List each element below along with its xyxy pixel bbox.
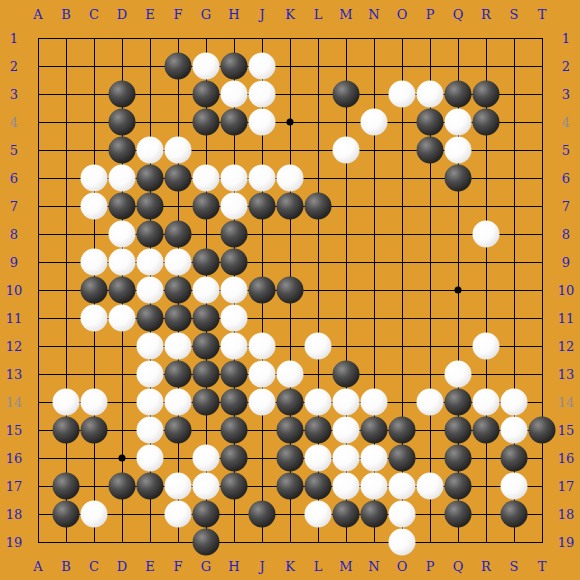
hoshi-point-K4 xyxy=(287,119,294,126)
stone-black-H13[interactable]: ● xyxy=(221,361,248,388)
stone-black-T15[interactable]: ● xyxy=(529,417,556,444)
row-label-right-12: 12 xyxy=(558,340,575,353)
row-label-left-13: 13 xyxy=(6,368,23,381)
stone-black-C10[interactable]: ● xyxy=(81,277,108,304)
stone-white-E16[interactable]: ○ xyxy=(137,445,164,472)
stone-black-F8[interactable]: ● xyxy=(165,221,192,248)
stone-white-S17[interactable]: ○ xyxy=(501,473,528,500)
row-label-right-2: 2 xyxy=(562,60,570,73)
stone-black-S18[interactable]: ● xyxy=(501,501,528,528)
col-label-bottom-B: B xyxy=(61,560,71,573)
row-label-left-15: 15 xyxy=(6,424,23,437)
col-label-top-K: K xyxy=(285,8,295,21)
stone-white-O3[interactable]: ○ xyxy=(389,81,416,108)
stone-black-K14[interactable]: ● xyxy=(277,389,304,416)
stone-white-M5[interactable]: ○ xyxy=(333,137,360,164)
stone-black-D10[interactable]: ● xyxy=(109,277,136,304)
row-label-left-2: 2 xyxy=(10,60,18,73)
stone-white-C9[interactable]: ○ xyxy=(81,249,108,276)
stone-black-F15[interactable]: ● xyxy=(165,417,192,444)
stone-black-G18[interactable]: ● xyxy=(193,501,220,528)
row-label-right-18: 18 xyxy=(558,508,575,521)
stone-white-J12[interactable]: ○ xyxy=(249,333,276,360)
stone-white-B14[interactable]: ○ xyxy=(53,389,80,416)
stone-black-N18[interactable]: ● xyxy=(361,501,388,528)
stone-black-D7[interactable]: ● xyxy=(109,193,136,220)
stone-white-N14[interactable]: ○ xyxy=(361,389,388,416)
col-label-bottom-H: H xyxy=(228,560,239,573)
row-label-left-3: 3 xyxy=(10,88,18,101)
stone-black-K17[interactable]: ● xyxy=(277,473,304,500)
stone-white-G10[interactable]: ○ xyxy=(193,277,220,304)
row-label-left-14: 14 xyxy=(6,396,23,409)
col-label-top-F: F xyxy=(173,8,182,21)
stone-black-D17[interactable]: ● xyxy=(109,473,136,500)
col-label-top-S: S xyxy=(510,8,519,21)
stone-white-J14[interactable]: ○ xyxy=(249,389,276,416)
stone-black-Q14[interactable]: ● xyxy=(445,389,472,416)
stone-black-L15[interactable]: ● xyxy=(305,417,332,444)
stone-white-G6[interactable]: ○ xyxy=(193,165,220,192)
row-label-left-16: 16 xyxy=(6,452,23,465)
row-label-left-5: 5 xyxy=(10,144,18,157)
col-label-bottom-T: T xyxy=(538,560,547,573)
col-label-bottom-N: N xyxy=(368,560,379,573)
col-label-bottom-Q: Q xyxy=(453,560,464,573)
stone-white-J13[interactable]: ○ xyxy=(249,361,276,388)
col-label-bottom-K: K xyxy=(285,560,295,573)
col-label-bottom-P: P xyxy=(426,560,435,573)
stone-white-H3[interactable]: ○ xyxy=(221,81,248,108)
col-label-bottom-E: E xyxy=(145,560,155,573)
stone-black-H16[interactable]: ● xyxy=(221,445,248,472)
stone-white-P3[interactable]: ○ xyxy=(417,81,444,108)
stone-white-L18[interactable]: ○ xyxy=(305,501,332,528)
stone-black-R3[interactable]: ● xyxy=(473,81,500,108)
stone-black-F2[interactable]: ● xyxy=(165,53,192,80)
col-label-top-D: D xyxy=(117,8,127,21)
stone-black-E17[interactable]: ● xyxy=(137,473,164,500)
stone-black-D3[interactable]: ● xyxy=(109,81,136,108)
stone-white-P17[interactable]: ○ xyxy=(417,473,444,500)
row-label-left-17: 17 xyxy=(6,480,23,493)
stone-white-J6[interactable]: ○ xyxy=(249,165,276,192)
stone-white-F17[interactable]: ○ xyxy=(165,473,192,500)
stone-white-R14[interactable]: ○ xyxy=(473,389,500,416)
stone-black-R4[interactable]: ● xyxy=(473,109,500,136)
stone-black-F6[interactable]: ● xyxy=(165,165,192,192)
stone-black-D4[interactable]: ● xyxy=(109,109,136,136)
row-label-right-7: 7 xyxy=(562,200,570,213)
stone-black-E6[interactable]: ● xyxy=(137,165,164,192)
stone-white-M17[interactable]: ○ xyxy=(333,473,360,500)
stone-black-G19[interactable]: ● xyxy=(193,529,220,556)
row-label-right-4: 4 xyxy=(562,116,570,129)
stone-white-N16[interactable]: ○ xyxy=(361,445,388,472)
hoshi-point-Q10 xyxy=(455,287,462,294)
row-label-left-12: 12 xyxy=(6,340,23,353)
stone-white-L14[interactable]: ○ xyxy=(305,389,332,416)
stone-black-B15[interactable]: ● xyxy=(53,417,80,444)
stone-white-D6[interactable]: ○ xyxy=(109,165,136,192)
col-label-top-G: G xyxy=(201,8,211,21)
stone-white-M16[interactable]: ○ xyxy=(333,445,360,472)
row-label-right-17: 17 xyxy=(558,480,575,493)
row-label-right-14: 14 xyxy=(558,396,575,409)
col-label-bottom-J: J xyxy=(259,560,264,573)
stone-black-H17[interactable]: ● xyxy=(221,473,248,500)
stone-black-P5[interactable]: ● xyxy=(417,137,444,164)
row-label-left-1: 1 xyxy=(10,32,18,45)
stone-black-L7[interactable]: ● xyxy=(305,193,332,220)
stone-black-H8[interactable]: ● xyxy=(221,221,248,248)
stone-white-D8[interactable]: ○ xyxy=(109,221,136,248)
stone-black-H9[interactable]: ● xyxy=(221,249,248,276)
stone-white-E12[interactable]: ○ xyxy=(137,333,164,360)
stone-white-E9[interactable]: ○ xyxy=(137,249,164,276)
stone-white-L12[interactable]: ○ xyxy=(305,333,332,360)
go-board: AABBCCDDEEFFGGHHJJKKLLMMNNOOPPQQRRSSTT11… xyxy=(0,0,580,580)
stone-black-G3[interactable]: ● xyxy=(193,81,220,108)
row-label-right-15: 15 xyxy=(558,424,575,437)
stone-black-G12[interactable]: ● xyxy=(193,333,220,360)
row-label-right-8: 8 xyxy=(562,228,570,241)
stone-black-H2[interactable]: ● xyxy=(221,53,248,80)
col-label-top-R: R xyxy=(481,8,491,21)
col-label-top-E: E xyxy=(145,8,155,21)
stone-black-Q3[interactable]: ● xyxy=(445,81,472,108)
stone-black-H14[interactable]: ● xyxy=(221,389,248,416)
col-label-top-H: H xyxy=(228,8,239,21)
col-label-bottom-D: D xyxy=(117,560,127,573)
col-label-bottom-L: L xyxy=(314,560,323,573)
stone-black-H4[interactable]: ● xyxy=(221,109,248,136)
stone-white-E15[interactable]: ○ xyxy=(137,417,164,444)
stone-white-H7[interactable]: ○ xyxy=(221,193,248,220)
stone-black-G9[interactable]: ● xyxy=(193,249,220,276)
stone-white-M15[interactable]: ○ xyxy=(333,417,360,444)
stone-black-E11[interactable]: ● xyxy=(137,305,164,332)
stone-black-G4[interactable]: ● xyxy=(193,109,220,136)
stone-black-P4[interactable]: ● xyxy=(417,109,444,136)
row-label-right-5: 5 xyxy=(562,144,570,157)
stone-black-F13[interactable]: ● xyxy=(165,361,192,388)
stone-black-M13[interactable]: ● xyxy=(333,361,360,388)
stone-white-F5[interactable]: ○ xyxy=(165,137,192,164)
col-label-top-C: C xyxy=(89,8,99,21)
stone-black-G14[interactable]: ● xyxy=(193,389,220,416)
stone-black-K10[interactable]: ● xyxy=(277,277,304,304)
stone-white-Q4[interactable]: ○ xyxy=(445,109,472,136)
stone-white-P14[interactable]: ○ xyxy=(417,389,444,416)
row-label-left-9: 9 xyxy=(10,256,18,269)
stone-white-L16[interactable]: ○ xyxy=(305,445,332,472)
stone-black-F10[interactable]: ● xyxy=(165,277,192,304)
col-label-top-M: M xyxy=(339,8,352,21)
stone-black-K7[interactable]: ● xyxy=(277,193,304,220)
stone-white-D9[interactable]: ○ xyxy=(109,249,136,276)
stone-white-E14[interactable]: ○ xyxy=(137,389,164,416)
col-label-bottom-G: G xyxy=(201,560,211,573)
col-label-bottom-M: M xyxy=(339,560,352,573)
col-label-top-O: O xyxy=(397,8,408,21)
grid-hline-12 xyxy=(38,346,543,347)
stone-white-S15[interactable]: ○ xyxy=(501,417,528,444)
stone-black-E8[interactable]: ● xyxy=(137,221,164,248)
stone-black-N15[interactable]: ● xyxy=(361,417,388,444)
stone-black-L17[interactable]: ● xyxy=(305,473,332,500)
row-label-left-6: 6 xyxy=(10,172,18,185)
stone-black-R15[interactable]: ● xyxy=(473,417,500,444)
stone-white-Q13[interactable]: ○ xyxy=(445,361,472,388)
stone-white-H12[interactable]: ○ xyxy=(221,333,248,360)
stone-white-H10[interactable]: ○ xyxy=(221,277,248,304)
stone-black-J18[interactable]: ● xyxy=(249,501,276,528)
stone-black-J7[interactable]: ● xyxy=(249,193,276,220)
stone-white-F14[interactable]: ○ xyxy=(165,389,192,416)
row-label-right-11: 11 xyxy=(558,312,575,325)
row-label-left-4: 4 xyxy=(10,116,18,129)
stone-white-N4[interactable]: ○ xyxy=(361,109,388,136)
row-label-right-16: 16 xyxy=(558,452,575,465)
stone-white-Q5[interactable]: ○ xyxy=(445,137,472,164)
stone-black-M3[interactable]: ● xyxy=(333,81,360,108)
stone-white-J4[interactable]: ○ xyxy=(249,109,276,136)
stone-black-B18[interactable]: ● xyxy=(53,501,80,528)
row-label-right-19: 19 xyxy=(558,536,575,549)
row-label-right-6: 6 xyxy=(562,172,570,185)
stone-white-F12[interactable]: ○ xyxy=(165,333,192,360)
stone-white-K13[interactable]: ○ xyxy=(277,361,304,388)
stone-white-C7[interactable]: ○ xyxy=(81,193,108,220)
col-label-top-P: P xyxy=(426,8,435,21)
stone-black-Q17[interactable]: ● xyxy=(445,473,472,500)
col-label-top-T: T xyxy=(538,8,547,21)
stone-white-S14[interactable]: ○ xyxy=(501,389,528,416)
stone-black-Q18[interactable]: ● xyxy=(445,501,472,528)
stone-black-E7[interactable]: ● xyxy=(137,193,164,220)
row-label-right-10: 10 xyxy=(558,284,575,297)
stone-white-O18[interactable]: ○ xyxy=(389,501,416,528)
stone-white-H6[interactable]: ○ xyxy=(221,165,248,192)
stone-white-F18[interactable]: ○ xyxy=(165,501,192,528)
stone-white-C14[interactable]: ○ xyxy=(81,389,108,416)
stone-white-D11[interactable]: ○ xyxy=(109,305,136,332)
stone-white-H11[interactable]: ○ xyxy=(221,305,248,332)
stone-white-O17[interactable]: ○ xyxy=(389,473,416,500)
stone-black-O16[interactable]: ● xyxy=(389,445,416,472)
row-label-right-9: 9 xyxy=(562,256,570,269)
col-label-bottom-F: F xyxy=(173,560,182,573)
stone-black-F11[interactable]: ● xyxy=(165,305,192,332)
stone-white-E5[interactable]: ○ xyxy=(137,137,164,164)
grid-vline-T xyxy=(542,38,543,543)
row-label-right-1: 1 xyxy=(562,32,570,45)
hoshi-point-D16 xyxy=(119,455,126,462)
stone-white-C11[interactable]: ○ xyxy=(81,305,108,332)
stone-black-D5[interactable]: ● xyxy=(109,137,136,164)
stone-white-J3[interactable]: ○ xyxy=(249,81,276,108)
col-label-bottom-C: C xyxy=(89,560,99,573)
col-label-top-L: L xyxy=(314,8,323,21)
row-label-left-8: 8 xyxy=(10,228,18,241)
stone-black-M18[interactable]: ● xyxy=(333,501,360,528)
col-label-bottom-A: A xyxy=(33,560,42,573)
col-label-top-A: A xyxy=(33,8,42,21)
stone-black-H15[interactable]: ● xyxy=(221,417,248,444)
stone-white-M14[interactable]: ○ xyxy=(333,389,360,416)
row-label-left-11: 11 xyxy=(6,312,23,325)
col-label-top-J: J xyxy=(259,8,264,21)
stone-white-E13[interactable]: ○ xyxy=(137,361,164,388)
row-label-right-13: 13 xyxy=(558,368,575,381)
col-label-top-Q: Q xyxy=(453,8,464,21)
stone-white-C6[interactable]: ○ xyxy=(81,165,108,192)
stone-black-G13[interactable]: ● xyxy=(193,361,220,388)
stone-black-B17[interactable]: ● xyxy=(53,473,80,500)
stone-black-S16[interactable]: ● xyxy=(501,445,528,472)
stone-white-K6[interactable]: ○ xyxy=(277,165,304,192)
stone-white-E10[interactable]: ○ xyxy=(137,277,164,304)
col-label-bottom-R: R xyxy=(481,560,491,573)
stone-black-Q6[interactable]: ● xyxy=(445,165,472,192)
stone-black-K16[interactable]: ● xyxy=(277,445,304,472)
stone-black-C15[interactable]: ● xyxy=(81,417,108,444)
row-label-left-7: 7 xyxy=(10,200,18,213)
stone-white-N17[interactable]: ○ xyxy=(361,473,388,500)
row-label-left-19: 19 xyxy=(6,536,23,549)
row-label-left-18: 18 xyxy=(6,508,23,521)
stone-white-J2[interactable]: ○ xyxy=(249,53,276,80)
stone-white-G2[interactable]: ○ xyxy=(193,53,220,80)
stone-black-Q15[interactable]: ● xyxy=(445,417,472,444)
stone-white-R12[interactable]: ○ xyxy=(473,333,500,360)
col-label-bottom-O: O xyxy=(397,560,408,573)
stone-black-J10[interactable]: ● xyxy=(249,277,276,304)
stone-black-G7[interactable]: ● xyxy=(193,193,220,220)
stone-white-G17[interactable]: ○ xyxy=(193,473,220,500)
stone-black-Q16[interactable]: ● xyxy=(445,445,472,472)
col-label-top-B: B xyxy=(61,8,71,21)
stone-white-R8[interactable]: ○ xyxy=(473,221,500,248)
row-label-left-10: 10 xyxy=(6,284,23,297)
stone-white-F9[interactable]: ○ xyxy=(165,249,192,276)
stone-white-G16[interactable]: ○ xyxy=(193,445,220,472)
col-label-top-N: N xyxy=(368,8,379,21)
col-label-bottom-S: S xyxy=(510,560,519,573)
stone-black-K15[interactable]: ● xyxy=(277,417,304,444)
stone-white-C18[interactable]: ○ xyxy=(81,501,108,528)
row-label-right-3: 3 xyxy=(562,88,570,101)
grid-hline-19 xyxy=(38,542,543,543)
stone-black-G11[interactable]: ● xyxy=(193,305,220,332)
stone-black-O15[interactable]: ● xyxy=(389,417,416,444)
stone-white-O19[interactable]: ○ xyxy=(389,529,416,556)
